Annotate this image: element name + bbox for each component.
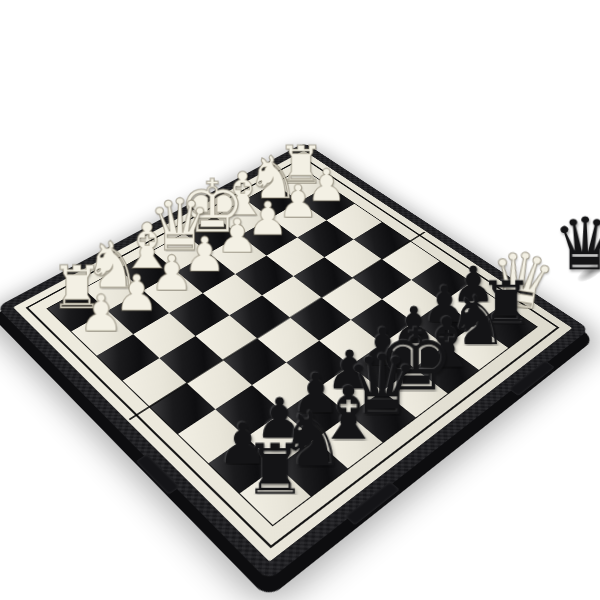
white-pawn-glyph: ♟ — [79, 289, 124, 340]
black-rook-glyph: ♜ — [244, 435, 307, 505]
black-rook-a8: ♜ — [219, 393, 331, 496]
white-pawn-a2: ♟ — [53, 244, 150, 333]
product-photo-chess-set: { "game": "chess", "description": "Overh… — [0, 0, 600, 600]
chess-board-3d: ♜♞♝♛♚♝♞♜♟♟♟♟♟♟♟♟♟♟♟♟♟♟♟♟♜♞♝♛♚♝♞♜♛♛ — [0, 142, 590, 580]
photo-scene: ♜♞♝♛♚♝♞♜♟♟♟♟♟♟♟♟♟♟♟♟♟♟♟♟♜♞♝♛♚♝♞♜♛♛ — [0, 0, 600, 600]
